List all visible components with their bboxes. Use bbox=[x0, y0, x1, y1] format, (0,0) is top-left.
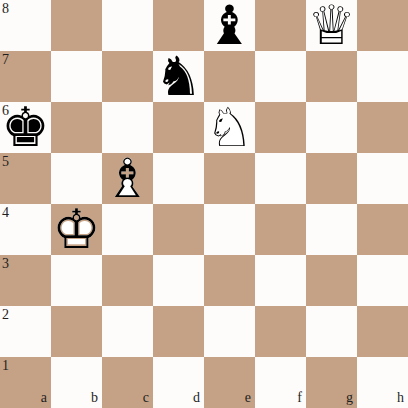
square-e7[interactable] bbox=[204, 51, 255, 102]
white-knight-outline: ♘ bbox=[204, 102, 255, 153]
square-c2[interactable] bbox=[102, 306, 153, 357]
square-b6[interactable] bbox=[51, 102, 102, 153]
square-e8[interactable]: ♝ bbox=[204, 0, 255, 51]
white-king-icon[interactable]: ♚♔ bbox=[51, 204, 102, 255]
chess-diagram: ♝♛♕♞♚♞♘♝♗♚♔ 87654321abcdefgh bbox=[0, 0, 408, 408]
square-e1[interactable] bbox=[204, 357, 255, 408]
square-g4[interactable] bbox=[306, 204, 357, 255]
square-b1[interactable] bbox=[51, 357, 102, 408]
square-f7[interactable] bbox=[255, 51, 306, 102]
square-g2[interactable] bbox=[306, 306, 357, 357]
square-c5[interactable]: ♝♗ bbox=[102, 153, 153, 204]
square-e6[interactable]: ♞♘ bbox=[204, 102, 255, 153]
white-knight-icon[interactable]: ♞♘ bbox=[204, 102, 255, 153]
square-f6[interactable] bbox=[255, 102, 306, 153]
square-f5[interactable] bbox=[255, 153, 306, 204]
black-king-glyph: ♚ bbox=[0, 102, 51, 153]
square-c6[interactable] bbox=[102, 102, 153, 153]
square-e5[interactable] bbox=[204, 153, 255, 204]
square-f4[interactable] bbox=[255, 204, 306, 255]
white-king-outline: ♔ bbox=[51, 204, 102, 255]
square-a3[interactable] bbox=[0, 255, 51, 306]
square-g1[interactable] bbox=[306, 357, 357, 408]
square-d2[interactable] bbox=[153, 306, 204, 357]
square-a4[interactable] bbox=[0, 204, 51, 255]
square-a1[interactable] bbox=[0, 357, 51, 408]
square-a8[interactable] bbox=[0, 0, 51, 51]
square-d5[interactable] bbox=[153, 153, 204, 204]
black-bishop-glyph: ♝ bbox=[204, 0, 255, 51]
square-b2[interactable] bbox=[51, 306, 102, 357]
white-bishop-icon[interactable]: ♝♗ bbox=[102, 153, 153, 204]
square-e2[interactable] bbox=[204, 306, 255, 357]
square-g8[interactable]: ♛♕ bbox=[306, 0, 357, 51]
square-g5[interactable] bbox=[306, 153, 357, 204]
black-king-icon[interactable]: ♚ bbox=[0, 102, 51, 153]
square-h1[interactable] bbox=[357, 357, 408, 408]
square-g3[interactable] bbox=[306, 255, 357, 306]
white-queen-icon[interactable]: ♛♕ bbox=[306, 0, 357, 51]
square-f8[interactable] bbox=[255, 0, 306, 51]
square-h7[interactable] bbox=[357, 51, 408, 102]
square-a5[interactable] bbox=[0, 153, 51, 204]
chess-board[interactable]: ♝♛♕♞♚♞♘♝♗♚♔ bbox=[0, 0, 408, 408]
square-e3[interactable] bbox=[204, 255, 255, 306]
square-h2[interactable] bbox=[357, 306, 408, 357]
square-a2[interactable] bbox=[0, 306, 51, 357]
square-e4[interactable] bbox=[204, 204, 255, 255]
black-bishop-icon[interactable]: ♝ bbox=[204, 0, 255, 51]
square-f3[interactable] bbox=[255, 255, 306, 306]
square-f2[interactable] bbox=[255, 306, 306, 357]
square-h3[interactable] bbox=[357, 255, 408, 306]
square-d6[interactable] bbox=[153, 102, 204, 153]
black-knight-icon[interactable]: ♞ bbox=[153, 51, 204, 102]
square-h6[interactable] bbox=[357, 102, 408, 153]
square-c3[interactable] bbox=[102, 255, 153, 306]
square-h4[interactable] bbox=[357, 204, 408, 255]
square-b4[interactable]: ♚♔ bbox=[51, 204, 102, 255]
square-f1[interactable] bbox=[255, 357, 306, 408]
square-d1[interactable] bbox=[153, 357, 204, 408]
square-g7[interactable] bbox=[306, 51, 357, 102]
square-c1[interactable] bbox=[102, 357, 153, 408]
square-d7[interactable]: ♞ bbox=[153, 51, 204, 102]
square-a7[interactable] bbox=[0, 51, 51, 102]
square-b7[interactable] bbox=[51, 51, 102, 102]
white-queen-outline: ♕ bbox=[306, 0, 357, 51]
white-bishop-outline: ♗ bbox=[102, 153, 153, 204]
square-h5[interactable] bbox=[357, 153, 408, 204]
square-a6[interactable]: ♚ bbox=[0, 102, 51, 153]
square-d3[interactable] bbox=[153, 255, 204, 306]
square-c8[interactable] bbox=[102, 0, 153, 51]
square-c4[interactable] bbox=[102, 204, 153, 255]
square-b5[interactable] bbox=[51, 153, 102, 204]
square-h8[interactable] bbox=[357, 0, 408, 51]
square-d4[interactable] bbox=[153, 204, 204, 255]
square-c7[interactable] bbox=[102, 51, 153, 102]
square-d8[interactable] bbox=[153, 0, 204, 51]
black-knight-glyph: ♞ bbox=[153, 51, 204, 102]
square-b8[interactable] bbox=[51, 0, 102, 51]
square-b3[interactable] bbox=[51, 255, 102, 306]
square-g6[interactable] bbox=[306, 102, 357, 153]
